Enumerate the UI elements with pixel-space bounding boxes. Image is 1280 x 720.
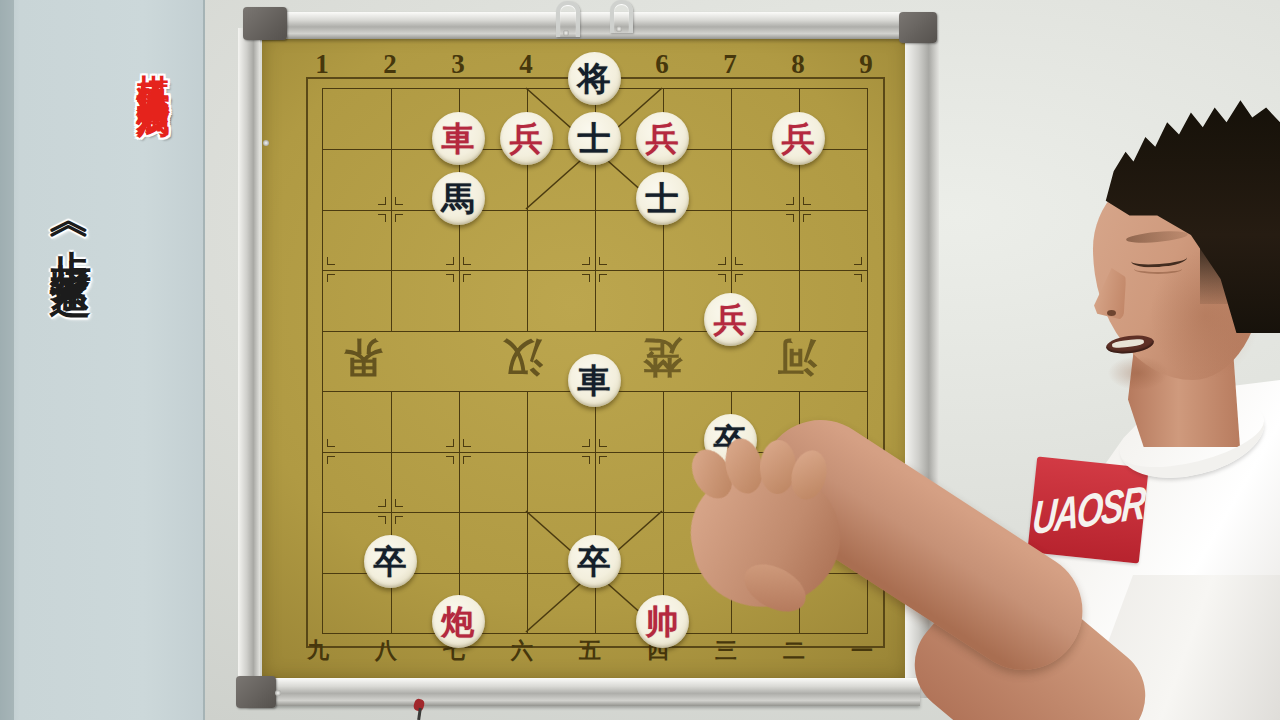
file-label-bottom: 五 [579,636,601,666]
point-marker-bracket [327,257,335,265]
piece-glyph: 卒 [374,546,407,579]
piece-red-兵: 兵 [772,112,825,165]
piece-black-卒: 卒 [364,535,417,588]
point-marker-bracket [854,257,862,265]
river-character: 河 [777,330,817,385]
point-marker-bracket [718,274,726,282]
point-marker-bracket [718,257,726,265]
point-marker-bracket [463,274,471,282]
point-marker-bracket [463,456,471,464]
file-label-bottom: 六 [511,636,533,666]
point-marker-bracket [735,274,743,282]
point-marker-bracket [582,257,590,265]
point-marker-bracket [803,214,811,222]
piece-glyph: 士 [578,123,611,156]
piece-black-卒: 卒 [568,535,621,588]
point-marker-bracket [378,197,386,205]
point-marker-bracket [327,439,335,447]
wall-left-shadow [0,0,14,720]
file-label-top: 8 [791,49,805,80]
point-marker-bracket [786,214,794,222]
frame-bottom-bar [248,678,920,706]
board-cell [459,512,527,572]
frame-left-bar [238,28,260,690]
piece-red-兵: 兵 [704,293,757,346]
file-label-bottom: 一 [851,636,873,666]
piece-black-将: 将 [568,52,621,105]
piece-black-車: 車 [568,354,621,407]
point-marker-bracket [446,257,454,265]
point-marker-bracket [582,274,590,282]
point-marker-bracket [599,456,607,464]
point-marker-bracket [378,214,386,222]
piece-glyph: 将 [578,63,611,96]
point-marker-bracket [463,257,471,265]
board-cell [391,331,459,391]
piece-red-炮: 炮 [432,595,485,648]
frame-corner-top-left [243,7,287,40]
piece-glyph: 炮 [442,606,475,639]
frame-screw [263,140,269,146]
piece-glyph: 車 [578,365,611,398]
point-marker-bracket [395,197,403,205]
file-label-top: 9 [859,49,873,80]
file-label-top: 6 [655,49,669,80]
point-marker-bracket [327,456,335,464]
point-marker-bracket [395,516,403,524]
point-marker-bracket [446,439,454,447]
piece-black-士: 士 [568,112,621,165]
chin-shading [1108,356,1168,390]
point-marker-bracket [378,499,386,507]
river-character: 楚 [643,330,683,385]
piece-red-帅: 帅 [636,595,689,648]
point-marker-bracket [582,456,590,464]
piece-glyph: 兵 [510,123,543,156]
channel-title-vertical: 棋疯子象棋精妙残局 [130,48,175,378]
piece-glyph: 車 [442,123,475,156]
point-marker-bracket [446,274,454,282]
point-marker-bracket [735,257,743,265]
nostril [1107,310,1116,316]
point-marker-bracket [395,499,403,507]
point-marker-bracket [463,439,471,447]
piece-glyph: 兵 [714,304,747,337]
point-marker-bracket [378,516,386,524]
file-label-top: 4 [519,49,533,80]
file-label-bottom: 三 [715,636,737,666]
wall-corner-edge [203,0,205,720]
video-frame: 棋疯子象棋精妙残局 《步步紧逼》 123456789 九八七六五四三二一 界汉楚… [0,0,1280,720]
file-label-bottom: 九 [307,636,329,666]
file-label-top: 2 [383,49,397,80]
shirt-logo-text: UAOSR [1030,475,1145,544]
piece-red-兵: 兵 [636,112,689,165]
frame-corner-bottom-left [236,676,276,708]
hook-screw [616,26,622,32]
frame-screw [275,690,281,696]
file-label-bottom: 八 [375,636,397,666]
point-marker-bracket [786,197,794,205]
file-label-top: 7 [723,49,737,80]
piece-glyph: 馬 [442,183,475,216]
piece-glyph: 帅 [646,606,679,639]
frame-corner-top-right [899,12,937,43]
river-character: 界 [343,330,383,385]
frame-top-bar [255,12,907,39]
piece-glyph: 兵 [782,123,815,156]
piece-red-兵: 兵 [500,112,553,165]
point-marker-bracket [582,439,590,447]
point-marker-bracket [599,274,607,282]
file-label-top: 3 [451,49,465,80]
episode-title-vertical: 《步步紧逼》 [42,208,98,528]
piece-black-馬: 馬 [432,172,485,225]
hook-screw [563,30,569,36]
piece-red-車: 車 [432,112,485,165]
point-marker-bracket [599,439,607,447]
piece-glyph: 兵 [646,123,679,156]
file-label-bottom: 二 [783,636,805,666]
point-marker-bracket [327,274,335,282]
piece-black-士: 士 [636,172,689,225]
point-marker-bracket [854,274,862,282]
file-label-top: 1 [315,49,329,80]
eye-fold [1134,264,1182,274]
point-marker-bracket [395,214,403,222]
point-marker-bracket [599,257,607,265]
point-marker-bracket [446,456,454,464]
piece-glyph: 士 [646,183,679,216]
board-cell [323,89,391,149]
piece-glyph: 卒 [578,546,611,579]
river-character: 汉 [503,330,543,385]
shirt-logo: UAOSR [1027,456,1148,563]
point-marker-bracket [803,197,811,205]
